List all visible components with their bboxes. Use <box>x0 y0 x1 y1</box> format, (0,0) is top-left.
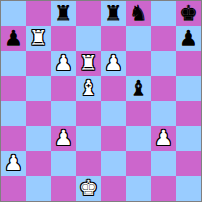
square-c6[interactable]: ♟ <box>51 51 76 76</box>
black-knight-f8[interactable]: ♞ <box>129 1 148 26</box>
square-c1[interactable] <box>51 176 76 201</box>
square-b8[interactable] <box>26 1 51 26</box>
square-d6[interactable]: ♜ <box>76 51 101 76</box>
square-f7[interactable] <box>126 26 151 51</box>
white-bishop-d5[interactable]: ♝ <box>79 76 98 101</box>
square-c7[interactable] <box>51 26 76 51</box>
chess-board-frame: ♜♜♞♚♟♜♟♟♜♟♝♝♟♟♟♚ <box>0 0 202 202</box>
square-a1[interactable] <box>1 176 26 201</box>
square-d5[interactable]: ♝ <box>76 76 101 101</box>
chess-board: ♜♜♞♚♟♜♟♟♜♟♝♝♟♟♟♚ <box>1 1 201 201</box>
square-a8[interactable] <box>1 1 26 26</box>
white-pawn-c3[interactable]: ♟ <box>54 126 73 151</box>
white-rook-b7[interactable]: ♜ <box>29 26 48 51</box>
square-h4[interactable] <box>176 101 201 126</box>
square-e6[interactable]: ♟ <box>101 51 126 76</box>
square-e7[interactable] <box>101 26 126 51</box>
square-f6[interactable] <box>126 51 151 76</box>
white-pawn-g3[interactable]: ♟ <box>154 126 173 151</box>
square-h8[interactable]: ♚ <box>176 1 201 26</box>
square-b7[interactable]: ♜ <box>26 26 51 51</box>
white-pawn-c6[interactable]: ♟ <box>54 51 73 76</box>
black-bishop-f5[interactable]: ♝ <box>129 76 148 101</box>
square-a5[interactable] <box>1 76 26 101</box>
square-g8[interactable] <box>151 1 176 26</box>
square-c8[interactable]: ♜ <box>51 1 76 26</box>
square-d8[interactable] <box>76 1 101 26</box>
square-c4[interactable] <box>51 101 76 126</box>
square-b3[interactable] <box>26 126 51 151</box>
square-b2[interactable] <box>26 151 51 176</box>
square-e4[interactable] <box>101 101 126 126</box>
square-e8[interactable]: ♜ <box>101 1 126 26</box>
square-f4[interactable] <box>126 101 151 126</box>
black-rook-e8[interactable]: ♜ <box>104 1 123 26</box>
white-king-d1[interactable]: ♚ <box>79 176 98 201</box>
square-b4[interactable] <box>26 101 51 126</box>
square-f1[interactable] <box>126 176 151 201</box>
square-c3[interactable]: ♟ <box>51 126 76 151</box>
square-a7[interactable]: ♟ <box>1 26 26 51</box>
square-d3[interactable] <box>76 126 101 151</box>
square-a6[interactable] <box>1 51 26 76</box>
white-pawn-a2[interactable]: ♟ <box>4 151 23 176</box>
square-g5[interactable] <box>151 76 176 101</box>
square-g2[interactable] <box>151 151 176 176</box>
square-f2[interactable] <box>126 151 151 176</box>
square-d4[interactable] <box>76 101 101 126</box>
square-c5[interactable] <box>51 76 76 101</box>
square-e5[interactable] <box>101 76 126 101</box>
square-d2[interactable] <box>76 151 101 176</box>
square-g1[interactable] <box>151 176 176 201</box>
square-g4[interactable] <box>151 101 176 126</box>
square-f3[interactable] <box>126 126 151 151</box>
square-b6[interactable] <box>26 51 51 76</box>
square-e2[interactable] <box>101 151 126 176</box>
black-king-h8[interactable]: ♚ <box>179 1 198 26</box>
square-d7[interactable] <box>76 26 101 51</box>
square-g7[interactable] <box>151 26 176 51</box>
square-h3[interactable] <box>176 126 201 151</box>
black-pawn-h7[interactable]: ♟ <box>179 26 198 51</box>
square-f5[interactable]: ♝ <box>126 76 151 101</box>
square-b5[interactable] <box>26 76 51 101</box>
square-b1[interactable] <box>26 176 51 201</box>
white-pawn-e6[interactable]: ♟ <box>104 51 123 76</box>
square-f8[interactable]: ♞ <box>126 1 151 26</box>
square-a4[interactable] <box>1 101 26 126</box>
square-e1[interactable] <box>101 176 126 201</box>
square-a3[interactable] <box>1 126 26 151</box>
square-a2[interactable]: ♟ <box>1 151 26 176</box>
square-d1[interactable]: ♚ <box>76 176 101 201</box>
square-h7[interactable]: ♟ <box>176 26 201 51</box>
square-c2[interactable] <box>51 151 76 176</box>
square-h1[interactable] <box>176 176 201 201</box>
white-rook-d6[interactable]: ♜ <box>79 51 98 76</box>
black-pawn-a7[interactable]: ♟ <box>4 26 23 51</box>
square-g6[interactable] <box>151 51 176 76</box>
square-g3[interactable]: ♟ <box>151 126 176 151</box>
square-h5[interactable] <box>176 76 201 101</box>
square-h6[interactable] <box>176 51 201 76</box>
square-e3[interactable] <box>101 126 126 151</box>
black-rook-c8[interactable]: ♜ <box>54 1 73 26</box>
square-h2[interactable] <box>176 151 201 176</box>
